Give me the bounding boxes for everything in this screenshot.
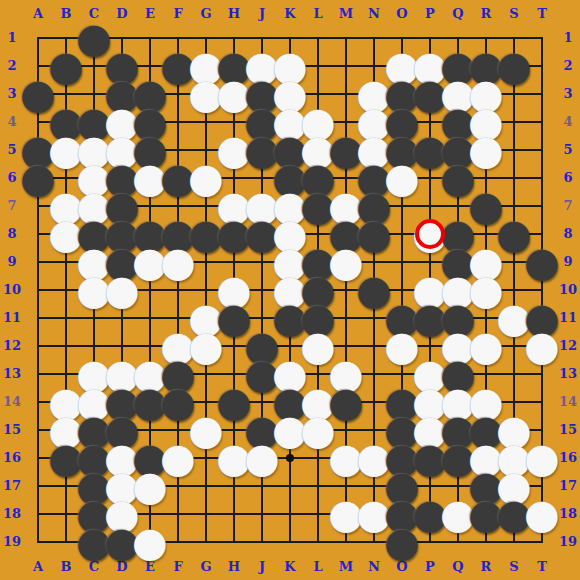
column-label-H: H [220,558,248,576]
white-stone-F16: ● [164,444,192,472]
intersection-T6[interactable] [528,164,556,192]
intersection-T9[interactable]: ● [528,248,556,276]
intersection-L2[interactable] [304,52,332,80]
intersection-S6[interactable] [500,164,528,192]
column-label-G: G [192,558,220,576]
row-label-12: 12 [0,338,24,354]
row-label-8: 8 [0,226,24,242]
column-label-J: J [248,558,276,576]
intersection-S5[interactable] [500,136,528,164]
black-stone-O19: ● [388,528,416,556]
row-label-10: 10 [0,282,24,298]
column-label-Q: Q [444,5,472,23]
column-label-J: J [248,5,276,23]
white-stone-T12: ● [528,332,556,360]
intersection-T3[interactable] [528,80,556,108]
intersection-A18[interactable] [24,500,52,528]
column-label-K: K [276,5,304,23]
white-stone-T18: ● [528,500,556,528]
intersection-T5[interactable] [528,136,556,164]
row-label-11: 11 [0,310,24,326]
white-stone-D10: ● [108,276,136,304]
column-label-T: T [528,558,556,576]
intersection-A19[interactable] [24,528,52,556]
intersection-R5[interactable]: ● [472,136,500,164]
white-stone-R5: ● [472,136,500,164]
black-stone-M14: ● [332,388,360,416]
intersection-M1[interactable] [332,24,360,52]
column-label-Q: Q [444,558,472,576]
intersection-A11[interactable] [24,304,52,332]
black-stone-B2: ● [52,52,80,80]
intersection-S2[interactable]: ● [500,52,528,80]
intersection-K19[interactable] [276,528,304,556]
star-point-K16 [286,454,294,462]
column-label-E: E [136,5,164,23]
intersection-J16[interactable]: ● [248,444,276,472]
column-label-M: M [332,5,360,23]
intersection-G18[interactable] [192,500,220,528]
row-label-5: 5 [556,142,580,158]
row-label-13: 13 [0,366,24,382]
column-label-S: S [500,558,528,576]
intersection-J19[interactable] [248,528,276,556]
intersection-T14[interactable] [528,388,556,416]
board-intersections: ●●●●●●●●●●●●●●●●●●●●●●●●●●●●●●●●●●●●●●●●… [24,24,556,556]
white-stone-G12: ● [192,332,220,360]
intersection-A10[interactable] [24,276,52,304]
intersection-J18[interactable] [248,500,276,528]
black-stone-S2: ● [500,52,528,80]
intersection-T7[interactable] [528,192,556,220]
row-label-7: 7 [556,198,580,214]
intersection-T1[interactable] [528,24,556,52]
column-label-K: K [276,558,304,576]
white-stone-F9: ● [164,248,192,276]
intersection-T12[interactable]: ● [528,332,556,360]
row-label-16: 16 [0,450,24,466]
white-stone-J16: ● [248,444,276,472]
intersection-K18[interactable] [276,500,304,528]
intersection-E19[interactable]: ● [136,528,164,556]
row-label-1: 1 [0,30,24,46]
column-label-P: P [416,5,444,23]
column-label-S: S [500,5,528,23]
column-label-T: T [528,5,556,23]
row-label-4: 4 [556,114,580,130]
intersection-D10[interactable]: ● [108,276,136,304]
intersection-O6[interactable]: ● [388,164,416,192]
row-label-14: 14 [0,394,24,410]
intersection-M14[interactable]: ● [332,388,360,416]
column-label-A: A [24,5,52,23]
column-label-O: O [388,5,416,23]
intersection-F9[interactable]: ● [164,248,192,276]
column-label-G: G [192,5,220,23]
black-stone-N8: ● [360,220,388,248]
row-label-2: 2 [556,58,580,74]
intersection-T4[interactable] [528,108,556,136]
row-label-15: 15 [0,422,24,438]
intersection-E17[interactable]: ● [136,472,164,500]
column-label-A: A [24,558,52,576]
row-label-9: 9 [0,254,24,270]
intersection-G19[interactable] [192,528,220,556]
column-label-D: D [108,5,136,23]
intersection-F16[interactable]: ● [164,444,192,472]
white-stone-O6: ● [388,164,416,192]
intersection-O19[interactable]: ● [388,528,416,556]
intersection-S4[interactable] [500,108,528,136]
intersection-R12[interactable]: ● [472,332,500,360]
column-label-F: F [164,5,192,23]
intersection-G12[interactable]: ● [192,332,220,360]
column-label-M: M [332,558,360,576]
intersection-F19[interactable] [164,528,192,556]
white-stone-E17: ● [136,472,164,500]
intersection-H19[interactable] [220,528,248,556]
intersection-L1[interactable] [304,24,332,52]
column-label-P: P [416,558,444,576]
column-label-N: N [360,5,388,23]
column-label-R: R [472,5,500,23]
row-label-3: 3 [556,86,580,102]
column-label-H: H [220,5,248,23]
intersection-T16[interactable]: ● [528,444,556,472]
column-label-L: L [304,558,332,576]
intersection-F18[interactable] [164,500,192,528]
column-label-L: L [304,5,332,23]
go-board: ABCDEFGHJKLMNOPQRST ABCDEFGHJKLMNOPQRST … [0,0,580,580]
black-stone-T9: ● [528,248,556,276]
last-move-marker [415,219,445,249]
white-stone-T16: ● [528,444,556,472]
row-label-18: 18 [0,506,24,522]
white-stone-R12: ● [472,332,500,360]
intersection-T2[interactable] [528,52,556,80]
white-stone-E19: ● [136,528,164,556]
row-label-19: 19 [0,534,24,550]
row-label-14: 14 [556,394,580,410]
intersection-A12[interactable] [24,332,52,360]
row-label-1: 1 [556,30,580,46]
row-label-6: 6 [556,170,580,186]
intersection-B2[interactable]: ● [52,52,80,80]
intersection-K17[interactable] [276,472,304,500]
row-label-17: 17 [0,478,24,494]
intersection-H18[interactable] [220,500,248,528]
intersection-N8[interactable]: ● [360,220,388,248]
intersection-P8[interactable]: ● [416,220,444,248]
intersection-T18[interactable]: ● [528,500,556,528]
column-label-F: F [164,558,192,576]
column-label-R: R [472,558,500,576]
